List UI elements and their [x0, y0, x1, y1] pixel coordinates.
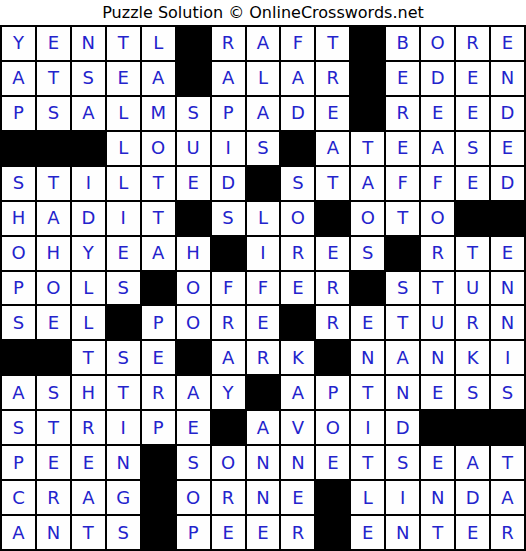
black-cell-r12c7 [212, 411, 245, 444]
black-cell-r8c5 [142, 272, 175, 305]
black-cell-r9c9 [281, 306, 314, 339]
letter-cell-r9c15: N [491, 306, 524, 339]
letter-cell-r3c3: A [72, 97, 105, 130]
letter-cell-r7c6: H [177, 237, 210, 270]
letter-cell-r14c14: D [456, 481, 489, 514]
letter-cell-r12c9: V [281, 411, 314, 444]
letter-cell-r14c3: A [72, 481, 105, 514]
black-cell-r4c9 [281, 132, 314, 165]
letter-cell-r1c9: F [281, 27, 314, 60]
letter-cell-r3c12: R [386, 97, 419, 130]
letter-cell-r10c14: K [456, 341, 489, 374]
letter-cell-r4c11: T [351, 132, 384, 165]
letter-cell-r1c1: Y [2, 27, 35, 60]
letter-cell-r13c6: S [177, 446, 210, 479]
letter-cell-r6c1: H [2, 202, 35, 235]
black-cell-r5c8 [247, 167, 280, 200]
letter-cell-r5c10: T [316, 167, 349, 200]
letter-cell-r11c7: Y [212, 376, 245, 409]
letter-cell-r8c14: U [456, 272, 489, 305]
letter-cell-r3c10: E [316, 97, 349, 130]
black-cell-r10c10 [316, 341, 349, 374]
letter-cell-r9c1: S [2, 306, 35, 339]
letter-cell-r1c8: A [247, 27, 280, 60]
letter-cell-r13c12: S [386, 446, 419, 479]
letter-cell-r9c8: E [247, 306, 280, 339]
black-cell-r12c13 [421, 411, 454, 444]
letter-cell-r13c13: E [421, 446, 454, 479]
letter-cell-r6c3: D [72, 202, 105, 235]
black-cell-r10c2 [37, 341, 70, 374]
black-cell-r12c15 [491, 411, 524, 444]
letter-cell-r11c2: S [37, 376, 70, 409]
letter-cell-r9c6: O [177, 306, 210, 339]
letter-cell-r4c7: I [212, 132, 245, 165]
letter-cell-r15c2: N [37, 516, 70, 549]
letter-cell-r3c4: L [107, 97, 140, 130]
letter-cell-r9c5: P [142, 306, 175, 339]
letter-cell-r15c9: R [281, 516, 314, 549]
letter-cell-r9c13: U [421, 306, 454, 339]
letter-cell-r7c14: T [456, 237, 489, 270]
letter-cell-r11c14: S [456, 376, 489, 409]
black-cell-r6c15 [491, 202, 524, 235]
letter-cell-r13c2: E [37, 446, 70, 479]
letter-cell-r6c7: S [212, 202, 245, 235]
black-cell-r14c5 [142, 481, 175, 514]
letter-cell-r2c2: T [37, 62, 70, 95]
letter-cell-r15c13: T [421, 516, 454, 549]
letter-cell-r11c4: T [107, 376, 140, 409]
black-cell-r6c6 [177, 202, 210, 235]
black-cell-r4c2 [37, 132, 70, 165]
letter-cell-r4c15: E [491, 132, 524, 165]
letter-cell-r9c14: R [456, 306, 489, 339]
letter-cell-r2c13: D [421, 62, 454, 95]
letter-cell-r3c13: E [421, 97, 454, 130]
letter-cell-r3c8: A [247, 97, 280, 130]
letter-cell-r5c12: F [386, 167, 419, 200]
letter-cell-r8c9: E [281, 272, 314, 305]
letter-cell-r12c3: R [72, 411, 105, 444]
letter-cell-r1c7: R [212, 27, 245, 60]
letter-cell-r15c7: E [212, 516, 245, 549]
letter-cell-r8c13: T [421, 272, 454, 305]
letter-cell-r10c8: R [247, 341, 280, 374]
letter-cell-r11c11: T [351, 376, 384, 409]
letter-cell-r9c2: E [37, 306, 70, 339]
black-cell-r15c10 [316, 516, 349, 549]
letter-cell-r10c15: I [491, 341, 524, 374]
letter-cell-r6c11: O [351, 202, 384, 235]
letter-cell-r12c11: I [351, 411, 384, 444]
letter-cell-r7c3: Y [72, 237, 105, 270]
letter-cell-r11c1: A [2, 376, 35, 409]
letter-cell-r8c6: O [177, 272, 210, 305]
black-cell-r1c11 [351, 27, 384, 60]
letter-cell-r11c9: A [281, 376, 314, 409]
letter-cell-r15c15: R [491, 516, 524, 549]
letter-cell-r11c10: P [316, 376, 349, 409]
letter-cell-r5c4: L [107, 167, 140, 200]
black-cell-r4c3 [72, 132, 105, 165]
letter-cell-r10c3: T [72, 341, 105, 374]
letter-cell-r6c13: O [421, 202, 454, 235]
letter-cell-r2c9: A [281, 62, 314, 95]
letter-cell-r5c7: D [212, 167, 245, 200]
black-cell-r2c11 [351, 62, 384, 95]
letter-cell-r14c2: R [37, 481, 70, 514]
letter-cell-r11c5: R [142, 376, 175, 409]
letter-cell-r15c4: S [107, 516, 140, 549]
letter-cell-r8c15: N [491, 272, 524, 305]
letter-cell-r12c1: S [2, 411, 35, 444]
letter-cell-r5c6: E [177, 167, 210, 200]
letter-cell-r2c15: N [491, 62, 524, 95]
letter-cell-r5c15: D [491, 167, 524, 200]
letter-cell-r15c6: P [177, 516, 210, 549]
letter-cell-r1c3: N [72, 27, 105, 60]
letter-cell-r14c11: L [351, 481, 384, 514]
letter-cell-r14c1: C [2, 481, 35, 514]
letter-cell-r7c5: A [142, 237, 175, 270]
letter-cell-r15c14: E [456, 516, 489, 549]
letter-cell-r11c6: A [177, 376, 210, 409]
letter-cell-r10c9: K [281, 341, 314, 374]
black-cell-r3c11 [351, 97, 384, 130]
black-cell-r7c12 [386, 237, 419, 270]
letter-cell-r1c14: R [456, 27, 489, 60]
black-cell-r11c8 [247, 376, 280, 409]
letter-cell-r7c4: E [107, 237, 140, 270]
letter-cell-r10c13: N [421, 341, 454, 374]
letter-cell-r7c2: H [37, 237, 70, 270]
letter-cell-r12c10: O [316, 411, 349, 444]
letter-cell-r3c5: M [142, 97, 175, 130]
letter-cell-r14c4: G [107, 481, 140, 514]
page-title: Puzzle Solution © OnlineCrosswords.net [0, 0, 526, 25]
letter-cell-r13c15: T [491, 446, 524, 479]
letter-cell-r5c2: T [37, 167, 70, 200]
letter-cell-r1c4: T [107, 27, 140, 60]
black-cell-r9c4 [107, 306, 140, 339]
crossword-grid: YENTLRAFTBOREATSEAALAREDENPSALMSPADEREED… [0, 25, 526, 551]
letter-cell-r8c8: F [247, 272, 280, 305]
letter-cell-r4c14: S [456, 132, 489, 165]
letter-cell-r3c7: P [212, 97, 245, 130]
letter-cell-r7c8: I [247, 237, 280, 270]
letter-cell-r14c12: I [386, 481, 419, 514]
letter-cell-r10c4: S [107, 341, 140, 374]
letter-cell-r13c8: N [247, 446, 280, 479]
letter-cell-r14c15: A [491, 481, 524, 514]
letter-cell-r11c12: N [386, 376, 419, 409]
letter-cell-r12c8: A [247, 411, 280, 444]
black-cell-r13c5 [142, 446, 175, 479]
letter-cell-r8c7: F [212, 272, 245, 305]
letter-cell-r13c1: P [2, 446, 35, 479]
black-cell-r6c10 [316, 202, 349, 235]
black-cell-r10c1 [2, 341, 35, 374]
letter-cell-r12c4: I [107, 411, 140, 444]
letter-cell-r5c3: I [72, 167, 105, 200]
black-cell-r12c14 [456, 411, 489, 444]
letter-cell-r5c9: S [281, 167, 314, 200]
letter-cell-r14c7: R [212, 481, 245, 514]
letter-cell-r8c3: L [72, 272, 105, 305]
letter-cell-r13c4: N [107, 446, 140, 479]
letter-cell-r6c9: O [281, 202, 314, 235]
letter-cell-r15c8: E [247, 516, 280, 549]
black-cell-r2c6 [177, 62, 210, 95]
letter-cell-r2c3: S [72, 62, 105, 95]
black-cell-r6c14 [456, 202, 489, 235]
letter-cell-r10c11: N [351, 341, 384, 374]
letter-cell-r2c10: R [316, 62, 349, 95]
letter-cell-r14c9: E [281, 481, 314, 514]
letter-cell-r9c12: T [386, 306, 419, 339]
letter-cell-r3c9: D [281, 97, 314, 130]
letter-cell-r2c7: A [212, 62, 245, 95]
letter-cell-r9c11: E [351, 306, 384, 339]
letter-cell-r7c15: E [491, 237, 524, 270]
letter-cell-r11c3: H [72, 376, 105, 409]
letter-cell-r5c14: E [456, 167, 489, 200]
letter-cell-r2c1: A [2, 62, 35, 95]
letter-cell-r11c13: E [421, 376, 454, 409]
letter-cell-r8c12: S [386, 272, 419, 305]
letter-cell-r14c13: N [421, 481, 454, 514]
letter-cell-r12c12: D [386, 411, 419, 444]
letter-cell-r5c13: F [421, 167, 454, 200]
letter-cell-r4c6: U [177, 132, 210, 165]
letter-cell-r3c6: S [177, 97, 210, 130]
black-cell-r4c1 [2, 132, 35, 165]
letter-cell-r2c8: L [247, 62, 280, 95]
letter-cell-r14c6: O [177, 481, 210, 514]
letter-cell-r13c14: A [456, 446, 489, 479]
letter-cell-r12c5: P [142, 411, 175, 444]
letter-cell-r8c10: R [316, 272, 349, 305]
letter-cell-r4c8: S [247, 132, 280, 165]
letter-cell-r6c8: L [247, 202, 280, 235]
letter-cell-r4c5: O [142, 132, 175, 165]
letter-cell-r13c9: N [281, 446, 314, 479]
letter-cell-r5c5: T [142, 167, 175, 200]
letter-cell-r7c11: S [351, 237, 384, 270]
letter-cell-r3c1: P [2, 97, 35, 130]
letter-cell-r13c3: E [72, 446, 105, 479]
letter-cell-r7c13: R [421, 237, 454, 270]
letter-cell-r8c2: O [37, 272, 70, 305]
letter-cell-r7c10: E [316, 237, 349, 270]
letter-cell-r2c5: A [142, 62, 175, 95]
letter-cell-r8c1: P [2, 272, 35, 305]
black-cell-r14c10 [316, 481, 349, 514]
black-cell-r8c11 [351, 272, 384, 305]
letter-cell-r10c12: A [386, 341, 419, 374]
letter-cell-r1c2: E [37, 27, 70, 60]
letter-cell-r10c5: E [142, 341, 175, 374]
letter-cell-r9c7: R [212, 306, 245, 339]
letter-cell-r1c15: E [491, 27, 524, 60]
letter-cell-r10c7: A [212, 341, 245, 374]
letter-cell-r11c15: S [491, 376, 524, 409]
letter-cell-r1c10: T [316, 27, 349, 60]
letter-cell-r15c1: A [2, 516, 35, 549]
letter-cell-r12c2: T [37, 411, 70, 444]
letter-cell-r1c5: L [142, 27, 175, 60]
letter-cell-r13c10: E [316, 446, 349, 479]
black-cell-r15c5 [142, 516, 175, 549]
black-cell-r10c6 [177, 341, 210, 374]
letter-cell-r6c2: A [37, 202, 70, 235]
letter-cell-r9c10: R [316, 306, 349, 339]
letter-cell-r14c8: N [247, 481, 280, 514]
letter-cell-r12c6: E [177, 411, 210, 444]
letter-cell-r4c12: E [386, 132, 419, 165]
letter-cell-r15c3: T [72, 516, 105, 549]
letter-cell-r5c1: S [2, 167, 35, 200]
letter-cell-r15c11: E [351, 516, 384, 549]
letter-cell-r9c3: L [72, 306, 105, 339]
letter-cell-r6c12: T [386, 202, 419, 235]
letter-cell-r1c12: B [386, 27, 419, 60]
letter-cell-r8c4: S [107, 272, 140, 305]
letter-cell-r4c4: L [107, 132, 140, 165]
letter-cell-r4c13: A [421, 132, 454, 165]
crossword-solution-page: Puzzle Solution © OnlineCrosswords.net Y… [0, 0, 526, 551]
letter-cell-r1c13: O [421, 27, 454, 60]
letter-cell-r13c11: T [351, 446, 384, 479]
letter-cell-r7c1: O [2, 237, 35, 270]
black-cell-r1c6 [177, 27, 210, 60]
letter-cell-r4c10: A [316, 132, 349, 165]
letter-cell-r3c2: S [37, 97, 70, 130]
letter-cell-r3c15: D [491, 97, 524, 130]
letter-cell-r6c5: T [142, 202, 175, 235]
letter-cell-r2c14: E [456, 62, 489, 95]
letter-cell-r13c7: O [212, 446, 245, 479]
letter-cell-r7c9: R [281, 237, 314, 270]
letter-cell-r3c14: E [456, 97, 489, 130]
letter-cell-r6c4: I [107, 202, 140, 235]
letter-cell-r2c4: E [107, 62, 140, 95]
black-cell-r7c7 [212, 237, 245, 270]
letter-cell-r5c11: A [351, 167, 384, 200]
letter-cell-r2c12: E [386, 62, 419, 95]
letter-cell-r15c12: N [386, 516, 419, 549]
